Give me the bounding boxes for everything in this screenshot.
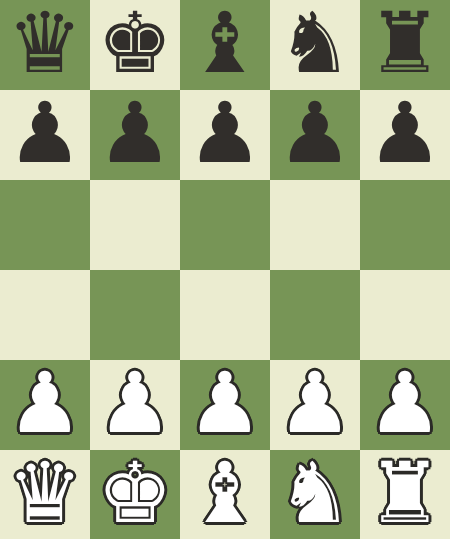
black-knight[interactable]: ♞	[277, 1, 352, 85]
white-king[interactable]: ♚	[97, 451, 172, 535]
black-rook[interactable]: ♜	[367, 1, 442, 85]
square-r2c4[interactable]	[360, 180, 450, 270]
square-r1c0[interactable]: ♟	[0, 90, 90, 180]
square-r4c3[interactable]: ♟	[270, 360, 360, 450]
square-r4c2[interactable]: ♟	[180, 360, 270, 450]
white-knight[interactable]: ♞	[277, 451, 352, 535]
black-pawn[interactable]: ♟	[367, 91, 442, 175]
white-bishop[interactable]: ♝	[187, 451, 262, 535]
square-r3c4[interactable]	[360, 270, 450, 360]
white-pawn[interactable]: ♟	[277, 361, 352, 445]
black-queen[interactable]: ♛	[7, 1, 82, 85]
black-pawn[interactable]: ♟	[97, 91, 172, 175]
square-r2c2[interactable]	[180, 180, 270, 270]
square-r0c4[interactable]: ♜	[360, 0, 450, 90]
square-r3c3[interactable]	[270, 270, 360, 360]
white-pawn[interactable]: ♟	[367, 361, 442, 445]
white-rook[interactable]: ♜	[367, 451, 442, 535]
black-bishop[interactable]: ♝	[187, 1, 262, 85]
square-r2c3[interactable]	[270, 180, 360, 270]
square-r5c2[interactable]: ♝	[180, 450, 270, 539]
square-r3c0[interactable]	[0, 270, 90, 360]
square-r1c2[interactable]: ♟	[180, 90, 270, 180]
black-pawn[interactable]: ♟	[7, 91, 82, 175]
white-pawn[interactable]: ♟	[187, 361, 262, 445]
square-r2c0[interactable]	[0, 180, 90, 270]
square-r0c0[interactable]: ♛	[0, 0, 90, 90]
square-r4c4[interactable]: ♟	[360, 360, 450, 450]
square-r3c1[interactable]	[90, 270, 180, 360]
square-r5c3[interactable]: ♞	[270, 450, 360, 539]
square-r1c3[interactable]: ♟	[270, 90, 360, 180]
black-king[interactable]: ♚	[97, 1, 172, 85]
white-queen[interactable]: ♛	[7, 451, 82, 535]
square-r5c0[interactable]: ♛	[0, 450, 90, 539]
square-r5c1[interactable]: ♚	[90, 450, 180, 539]
square-r3c2[interactable]	[180, 270, 270, 360]
white-pawn[interactable]: ♟	[97, 361, 172, 445]
square-r4c1[interactable]: ♟	[90, 360, 180, 450]
chess-board: ♛♚♝♞♜♟♟♟♟♟♟♟♟♟♟♛♚♝♞♜	[0, 0, 450, 539]
black-pawn[interactable]: ♟	[277, 91, 352, 175]
square-r1c1[interactable]: ♟	[90, 90, 180, 180]
white-pawn[interactable]: ♟	[7, 361, 82, 445]
square-r0c3[interactable]: ♞	[270, 0, 360, 90]
square-r2c1[interactable]	[90, 180, 180, 270]
square-r0c2[interactable]: ♝	[180, 0, 270, 90]
square-r4c0[interactable]: ♟	[0, 360, 90, 450]
square-r0c1[interactable]: ♚	[90, 0, 180, 90]
square-r5c4[interactable]: ♜	[360, 450, 450, 539]
square-r1c4[interactable]: ♟	[360, 90, 450, 180]
black-pawn[interactable]: ♟	[187, 91, 262, 175]
